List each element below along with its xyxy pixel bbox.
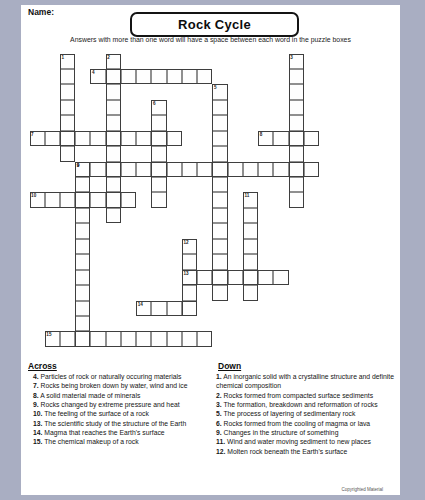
grid-cell[interactable] <box>243 239 258 254</box>
grid-cell[interactable] <box>304 131 319 146</box>
grid-cell[interactable] <box>243 254 258 269</box>
down-clue-6: 6. Rocks formed from the cooling of magm… <box>216 419 399 428</box>
grid-cell[interactable] <box>60 84 75 99</box>
grid-cell[interactable] <box>258 162 273 177</box>
down-clue-1: 1. An inorganic solid with a crystalline… <box>216 372 399 391</box>
grid-cell[interactable] <box>106 100 121 115</box>
grid-cell[interactable] <box>30 192 45 207</box>
grid-cell[interactable] <box>75 223 90 238</box>
grid-cell[interactable] <box>212 162 227 177</box>
title-box: Rock Cycle <box>130 12 299 37</box>
grid-cell[interactable] <box>151 146 166 161</box>
footer-credit: Copyrighted Material <box>281 487 383 492</box>
grid-cell[interactable] <box>60 115 75 130</box>
grid-cell[interactable] <box>106 54 121 69</box>
down-clue-9: 9. Changes in the structure of something <box>216 428 399 437</box>
grid-cell[interactable] <box>106 146 121 161</box>
grid-cell[interactable] <box>167 162 182 177</box>
grid-cell[interactable] <box>151 177 166 192</box>
grid-cell[interactable] <box>212 223 227 238</box>
down-clue-list: 1. An inorganic solid with a crystalline… <box>216 372 399 456</box>
grid-cell[interactable] <box>151 192 166 207</box>
page-title: Rock Cycle <box>178 17 251 32</box>
grid-cell[interactable] <box>90 69 105 84</box>
grid-cell[interactable] <box>273 131 288 146</box>
grid-cell[interactable] <box>90 331 105 346</box>
grid-cell[interactable] <box>151 131 166 146</box>
grid-cell[interactable] <box>289 69 304 84</box>
grid-cell[interactable] <box>75 301 90 316</box>
grid-cell[interactable] <box>289 100 304 115</box>
grid-cell[interactable] <box>289 162 304 177</box>
grid-cell[interactable] <box>243 285 258 300</box>
worksheet-page: Name: Rock Cycle Answers with more than … <box>21 5 400 495</box>
across-header: Across <box>28 361 57 371</box>
grid-cell[interactable] <box>212 239 227 254</box>
grid-cell[interactable] <box>90 131 105 146</box>
grid-cell[interactable] <box>243 270 258 285</box>
grid-cell[interactable] <box>212 100 227 115</box>
grid-cell[interactable] <box>30 131 45 146</box>
grid-cell[interactable] <box>212 192 227 207</box>
grid-cell[interactable] <box>106 115 121 130</box>
grid-cell[interactable] <box>121 331 136 346</box>
down-clue-11: 11. Wind and water moving sediment to ne… <box>216 437 399 446</box>
down-clue-3: 3. The formation, breakdown and reformat… <box>216 400 399 409</box>
grid-cell[interactable] <box>182 239 197 254</box>
grid-cell[interactable] <box>182 254 197 269</box>
grid-cell[interactable] <box>228 270 243 285</box>
grid-cell[interactable] <box>167 69 182 84</box>
grid-cell[interactable] <box>212 285 227 300</box>
down-header: Down <box>218 361 241 371</box>
grid-cell[interactable] <box>75 254 90 269</box>
grid-cell[interactable] <box>106 69 121 84</box>
grid-cell[interactable] <box>75 239 90 254</box>
grid-cell[interactable] <box>182 69 197 84</box>
grid-cell[interactable] <box>273 270 288 285</box>
grid-cell[interactable] <box>121 131 136 146</box>
across-clue-4: 4. Particles of rock or naturally occuri… <box>33 372 216 381</box>
grid-cell[interactable] <box>45 192 60 207</box>
down-clue-5: 5. The process of layering of sedimentar… <box>216 409 399 418</box>
grid-cell[interactable] <box>289 115 304 130</box>
grid-cell[interactable] <box>212 115 227 130</box>
grid-cell[interactable] <box>197 270 212 285</box>
down-clue-12: 12. Molten rock beneath the Earth's surf… <box>216 447 399 456</box>
grid-cell[interactable] <box>136 162 151 177</box>
grid-cell[interactable] <box>45 331 60 346</box>
across-clue-9: 9. Rocks changed by extreme pressure and… <box>33 400 216 409</box>
grid-cell[interactable] <box>60 192 75 207</box>
across-clue-14: 14. Magma that reaches the Earth's surfa… <box>33 428 216 437</box>
grid-cell[interactable] <box>106 331 121 346</box>
grid-cell[interactable] <box>304 162 319 177</box>
grid-cell[interactable] <box>212 254 227 269</box>
across-clue-8: 8. A solid material made of minerals <box>33 391 216 400</box>
grid-cell[interactable] <box>121 69 136 84</box>
grid-cell[interactable] <box>151 162 166 177</box>
grid-cell[interactable] <box>45 131 60 146</box>
grid-cell[interactable] <box>228 162 243 177</box>
grid-cell[interactable] <box>197 69 212 84</box>
crossword-grid: 4789101314151235691112 <box>30 54 320 347</box>
grid-cell[interactable] <box>289 177 304 192</box>
grid-cell[interactable] <box>289 192 304 207</box>
grid-cell[interactable] <box>106 162 121 177</box>
grid-cell[interactable] <box>75 208 90 223</box>
grid-cell[interactable] <box>60 331 75 346</box>
across-clue-13: 13. The scientific study of the structur… <box>33 419 216 428</box>
grid-cell[interactable] <box>75 316 90 331</box>
grid-cell[interactable] <box>60 131 75 146</box>
grid-cell[interactable] <box>289 146 304 161</box>
grid-cell[interactable] <box>75 270 90 285</box>
grid-cell[interactable] <box>197 162 212 177</box>
grid-cell[interactable] <box>60 69 75 84</box>
grid-cell[interactable] <box>136 331 151 346</box>
grid-cell[interactable] <box>212 270 227 285</box>
grid-cell[interactable] <box>182 301 197 316</box>
grid-cell[interactable] <box>136 131 151 146</box>
grid-cell[interactable] <box>60 100 75 115</box>
grid-cell[interactable] <box>212 208 227 223</box>
grid-cell[interactable] <box>167 131 182 146</box>
grid-cell[interactable] <box>106 84 121 99</box>
grid-cell[interactable] <box>151 331 166 346</box>
grid-cell[interactable] <box>75 131 90 146</box>
grid-cell[interactable] <box>289 54 304 69</box>
grid-cell[interactable] <box>151 69 166 84</box>
grid-cell[interactable] <box>121 162 136 177</box>
grid-cell[interactable] <box>75 331 90 346</box>
grid-cell[interactable] <box>182 331 197 346</box>
grid-cell[interactable] <box>121 192 136 207</box>
grid-cell[interactable] <box>75 192 90 207</box>
grid-cell[interactable] <box>243 223 258 238</box>
grid-cell[interactable] <box>106 192 121 207</box>
name-label: Name: <box>28 7 54 17</box>
grid-cell[interactable] <box>258 270 273 285</box>
grid-cell[interactable] <box>151 115 166 130</box>
grid-cell[interactable] <box>212 146 227 161</box>
grid-cell[interactable] <box>75 177 90 192</box>
grid-cell[interactable] <box>151 100 166 115</box>
grid-cell[interactable] <box>182 270 197 285</box>
grid-cell[interactable] <box>212 84 227 99</box>
worksheet-canvas: Name: Rock Cycle Answers with more than … <box>0 0 425 500</box>
grid-cell[interactable] <box>75 162 90 177</box>
grid-cell[interactable] <box>289 84 304 99</box>
grid-cell[interactable] <box>136 69 151 84</box>
grid-cell[interactable] <box>106 177 121 192</box>
grid-cell[interactable] <box>243 192 258 207</box>
grid-cell[interactable] <box>273 162 288 177</box>
grid-cell[interactable] <box>167 331 182 346</box>
grid-cell[interactable] <box>60 146 75 161</box>
grid-cell[interactable] <box>90 162 105 177</box>
grid-cell[interactable] <box>151 301 166 316</box>
grid-cell[interactable] <box>106 208 121 223</box>
grid-cell[interactable] <box>90 192 105 207</box>
across-clue-7: 7. Rocks being broken down by water, win… <box>33 381 216 390</box>
grid-cell[interactable] <box>136 301 151 316</box>
down-clue-2: 2. Rocks formed from compacted surface s… <box>216 391 399 400</box>
grid-cell[interactable] <box>75 285 90 300</box>
grid-cell[interactable] <box>243 208 258 223</box>
grid-cell[interactable] <box>167 301 182 316</box>
grid-cell[interactable] <box>182 162 197 177</box>
grid-cell[interactable] <box>106 131 121 146</box>
across-clue-10: 10. The feeling of the surface of a rock <box>33 409 216 418</box>
grid-cell[interactable] <box>289 131 304 146</box>
across-clue-15: 15. The chemical makeup of a rock <box>33 437 216 446</box>
grid-cell[interactable] <box>243 162 258 177</box>
across-clue-list: 4. Particles of rock or naturally occuri… <box>33 372 216 447</box>
grid-cell[interactable] <box>197 331 212 346</box>
grid-cell[interactable] <box>60 54 75 69</box>
grid-cell[interactable] <box>182 285 197 300</box>
grid-cell[interactable] <box>258 131 273 146</box>
grid-cell[interactable] <box>212 131 227 146</box>
grid-cell[interactable] <box>212 177 227 192</box>
subtitle: Answers with more than one word will hav… <box>21 36 400 43</box>
